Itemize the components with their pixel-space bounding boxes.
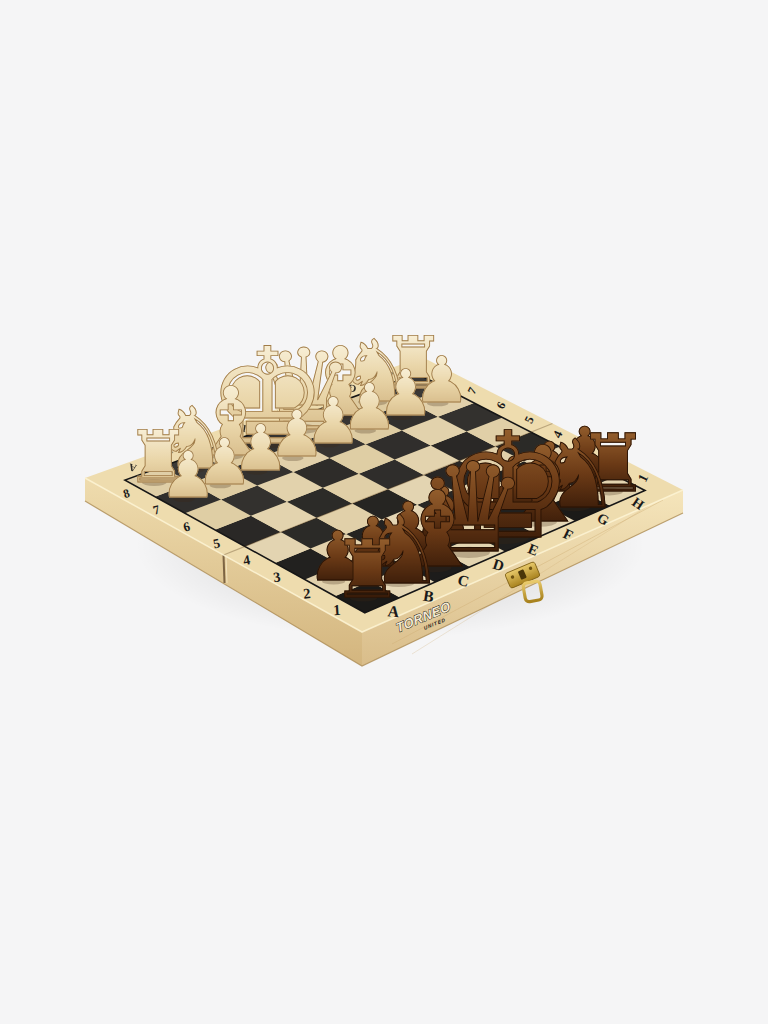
chess-board: AABBCCDDEEFFGGHH1122334455667788TORNEOUN… xyxy=(0,0,768,1024)
fold-seam-edge xyxy=(224,555,225,583)
coord-rank-left-1: 1 xyxy=(333,602,342,618)
coord-file-front-a: A xyxy=(387,602,400,620)
product-photo: AABBCCDDEEFFGGHH1122334455667788TORNEOUN… xyxy=(0,0,768,1024)
